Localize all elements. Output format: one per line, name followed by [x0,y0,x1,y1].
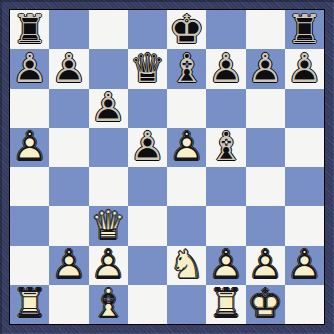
piece-black-king[interactable]: ♚♔ [167,10,206,49]
square-c2[interactable]: ♟♙ [89,246,128,285]
square-b4[interactable] [49,167,88,206]
black-pawn-outline-icon: ♙ [285,48,324,87]
square-c3[interactable]: ♛♕ [89,206,128,245]
square-c7[interactable] [89,49,128,88]
square-a3[interactable] [10,206,49,245]
square-h6[interactable] [285,89,324,128]
square-c6[interactable]: ♟♙ [89,89,128,128]
white-pawn-icon: ♟ [10,126,49,165]
square-c8[interactable] [89,10,128,49]
square-c5[interactable] [89,128,128,167]
square-h7[interactable]: ♟♙ [285,49,324,88]
black-pawn-icon: ♟ [128,126,167,165]
piece-black-pawn[interactable]: ♟♙ [49,49,88,88]
piece-black-pawn[interactable]: ♟♙ [89,89,128,128]
black-queen-icon: ♛ [128,48,167,87]
piece-black-rook[interactable]: ♜♖ [10,10,49,49]
white-rook-icon: ♜ [206,283,245,322]
square-f2[interactable]: ♟♙ [206,246,245,285]
piece-white-pawn[interactable]: ♟♙ [246,246,285,285]
white-knight-outline-icon: ♘ [167,244,206,283]
piece-black-pawn[interactable]: ♟♙ [246,49,285,88]
black-rook-icon: ♜ [10,9,49,48]
square-d4[interactable] [128,167,167,206]
square-d7[interactable]: ♛♕ [128,49,167,88]
square-h8[interactable]: ♜♖ [285,10,324,49]
square-g6[interactable] [246,89,285,128]
square-d5[interactable]: ♟♙ [128,128,167,167]
white-pawn-icon: ♟ [206,244,245,283]
square-e4[interactable] [167,167,206,206]
square-h3[interactable] [285,206,324,245]
black-queen-outline-icon: ♕ [128,48,167,87]
black-pawn-outline-icon: ♙ [128,126,167,165]
square-e6[interactable] [167,89,206,128]
square-a8[interactable]: ♜♖ [10,10,49,49]
white-pawn-icon: ♟ [89,244,128,283]
square-a5[interactable]: ♟♙ [10,128,49,167]
white-pawn-icon: ♟ [285,244,324,283]
piece-white-pawn[interactable]: ♟♙ [167,128,206,167]
chess-board: ♜♖♚♔♜♖♟♙♟♙♛♕♝♗♟♙♟♙♟♙♟♙♟♙♟♙♟♙♝♗♛♕♟♙♟♙♞♘♟♙… [9,9,325,325]
square-a4[interactable] [10,167,49,206]
square-h4[interactable] [285,167,324,206]
black-pawn-outline-icon: ♙ [246,48,285,87]
square-f3[interactable] [206,206,245,245]
white-rook-icon: ♜ [10,283,49,322]
white-queen-outline-icon: ♕ [89,205,128,244]
square-d2[interactable] [128,246,167,285]
square-b7[interactable]: ♟♙ [49,49,88,88]
black-bishop-outline-icon: ♗ [206,126,245,165]
piece-white-pawn[interactable]: ♟♙ [49,246,88,285]
black-pawn-icon: ♟ [10,48,49,87]
white-knight-icon: ♞ [167,244,206,283]
black-bishop-outline-icon: ♗ [167,48,206,87]
piece-black-queen[interactable]: ♛♕ [128,49,167,88]
square-f8[interactable] [206,10,245,49]
white-king-outline-icon: ♔ [246,283,285,322]
board-frame: ♜♖♚♔♜♖♟♙♟♙♛♕♝♗♟♙♟♙♟♙♟♙♟♙♟♙♟♙♝♗♛♕♟♙♟♙♞♘♟♙… [0,0,334,334]
black-pawn-outline-icon: ♙ [49,48,88,87]
square-g7[interactable]: ♟♙ [246,49,285,88]
black-pawn-icon: ♟ [206,48,245,87]
square-f5[interactable]: ♝♗ [206,128,245,167]
square-h5[interactable] [285,128,324,167]
white-pawn-icon: ♟ [167,126,206,165]
piece-white-king[interactable]: ♚♔ [246,285,285,324]
piece-black-pawn[interactable]: ♟♙ [10,49,49,88]
white-bishop-outline-icon: ♗ [89,283,128,322]
piece-black-pawn[interactable]: ♟♙ [285,49,324,88]
square-b2[interactable]: ♟♙ [49,246,88,285]
piece-white-pawn[interactable]: ♟♙ [89,246,128,285]
black-pawn-icon: ♟ [49,48,88,87]
black-pawn-icon: ♟ [285,48,324,87]
square-f7[interactable]: ♟♙ [206,49,245,88]
piece-black-pawn[interactable]: ♟♙ [206,49,245,88]
black-rook-outline-icon: ♖ [285,9,324,48]
square-d3[interactable] [128,206,167,245]
piece-white-rook[interactable]: ♜♖ [10,285,49,324]
piece-black-pawn[interactable]: ♟♙ [128,128,167,167]
piece-black-rook[interactable]: ♜♖ [285,10,324,49]
square-c4[interactable] [89,167,128,206]
piece-white-bishop[interactable]: ♝♗ [89,285,128,324]
square-f1[interactable]: ♜♖ [206,285,245,324]
white-pawn-outline-icon: ♙ [206,244,245,283]
square-g3[interactable] [246,206,285,245]
black-king-icon: ♚ [167,9,206,48]
square-d1[interactable] [128,285,167,324]
white-pawn-outline-icon: ♙ [10,126,49,165]
black-rook-outline-icon: ♖ [10,9,49,48]
square-g5[interactable] [246,128,285,167]
square-f6[interactable] [206,89,245,128]
piece-black-bishop[interactable]: ♝♗ [206,128,245,167]
square-g2[interactable]: ♟♙ [246,246,285,285]
square-e8[interactable]: ♚♔ [167,10,206,49]
piece-white-queen[interactable]: ♛♕ [89,206,128,245]
piece-white-pawn[interactable]: ♟♙ [10,128,49,167]
square-a7[interactable]: ♟♙ [10,49,49,88]
black-pawn-outline-icon: ♙ [10,48,49,87]
white-pawn-outline-icon: ♙ [246,244,285,283]
square-f4[interactable] [206,167,245,206]
square-g4[interactable] [246,167,285,206]
square-g8[interactable] [246,10,285,49]
square-c1[interactable]: ♝♗ [89,285,128,324]
black-pawn-outline-icon: ♙ [206,48,245,87]
black-pawn-outline-icon: ♙ [89,87,128,126]
white-queen-icon: ♛ [89,205,128,244]
square-g1[interactable]: ♚♔ [246,285,285,324]
square-b5[interactable] [49,128,88,167]
white-pawn-outline-icon: ♙ [167,126,206,165]
white-pawn-icon: ♟ [246,244,285,283]
piece-white-rook[interactable]: ♜♖ [206,285,245,324]
square-a1[interactable]: ♜♖ [10,285,49,324]
square-h1[interactable] [285,285,324,324]
black-king-outline-icon: ♔ [167,9,206,48]
white-pawn-icon: ♟ [49,244,88,283]
piece-white-pawn[interactable]: ♟♙ [206,246,245,285]
black-pawn-icon: ♟ [246,48,285,87]
square-e1[interactable] [167,285,206,324]
white-pawn-outline-icon: ♙ [89,244,128,283]
white-rook-outline-icon: ♖ [206,283,245,322]
white-bishop-icon: ♝ [89,283,128,322]
square-e2[interactable]: ♞♘ [167,246,206,285]
square-d6[interactable] [128,89,167,128]
black-bishop-icon: ♝ [167,48,206,87]
square-e3[interactable] [167,206,206,245]
square-e5[interactable]: ♟♙ [167,128,206,167]
piece-white-knight[interactable]: ♞♘ [167,246,206,285]
white-pawn-outline-icon: ♙ [49,244,88,283]
white-king-icon: ♚ [246,283,285,322]
piece-black-bishop[interactable]: ♝♗ [167,49,206,88]
square-h2[interactable]: ♟♙ [285,246,324,285]
square-a2[interactable] [10,246,49,285]
square-b8[interactable] [49,10,88,49]
square-e7[interactable]: ♝♗ [167,49,206,88]
square-b1[interactable] [49,285,88,324]
square-a6[interactable] [10,89,49,128]
black-rook-icon: ♜ [285,9,324,48]
white-rook-outline-icon: ♖ [10,283,49,322]
square-b6[interactable] [49,89,88,128]
square-d8[interactable] [128,10,167,49]
black-pawn-icon: ♟ [89,87,128,126]
square-b3[interactable] [49,206,88,245]
piece-white-pawn[interactable]: ♟♙ [285,246,324,285]
white-pawn-outline-icon: ♙ [285,244,324,283]
black-bishop-icon: ♝ [206,126,245,165]
